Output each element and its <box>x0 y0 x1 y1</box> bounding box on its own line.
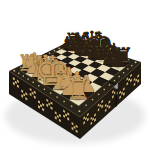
chess-set-photo: ♜♞♝♛♚♝♞♜♟♟♟♟♟♟♟♟♟♟♟♟♟♟♟♟♜♞♝♛♚♝♞♜ <box>0 0 150 150</box>
chess-box <box>0 0 150 150</box>
